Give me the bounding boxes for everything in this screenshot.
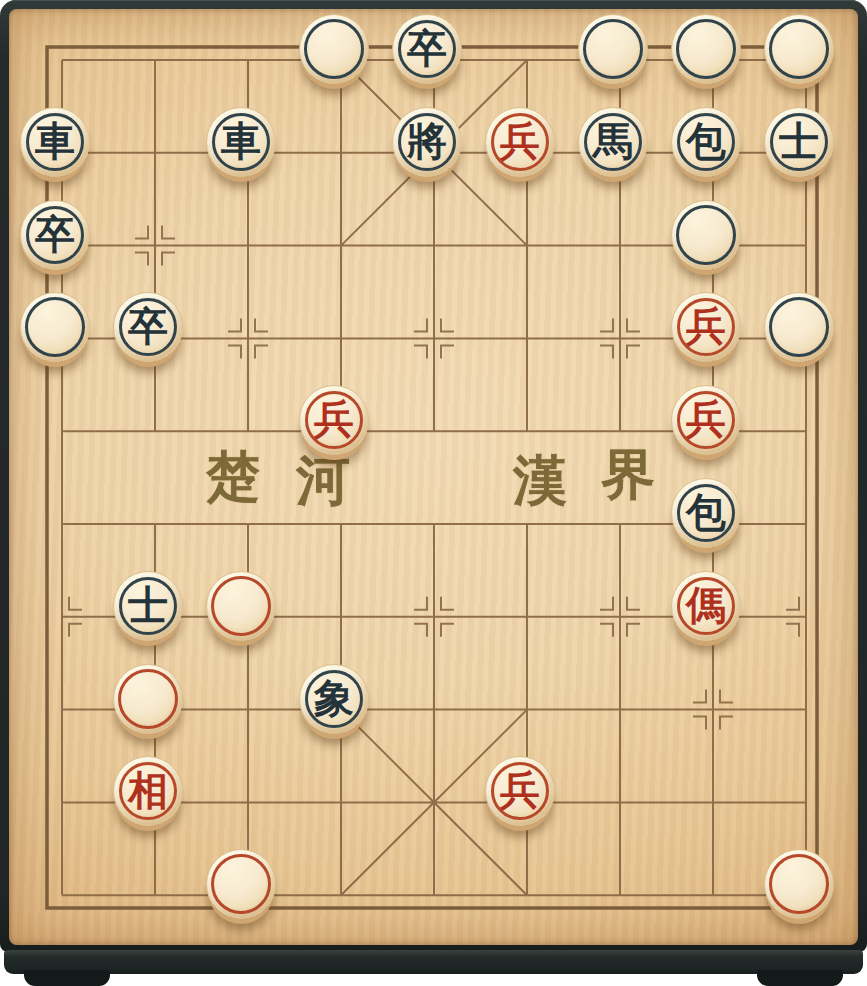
piece-ring (211, 576, 271, 636)
black-horse[interactable]: 馬 (578, 107, 648, 177)
piece-glyph: 相 (128, 770, 168, 810)
red-soldier[interactable]: 兵 (671, 385, 741, 455)
piece-glyph: 士 (779, 121, 819, 161)
black-chariot[interactable]: 車 (20, 107, 90, 177)
piece-ring (769, 297, 829, 357)
black-cannon[interactable]: 包 (671, 107, 741, 177)
piece-glyph: 兵 (686, 306, 726, 346)
piece-ring (211, 854, 271, 914)
piece-glyph: 將 (407, 121, 447, 161)
red-elephant[interactable]: 相 (113, 756, 183, 826)
piece-ring (304, 19, 364, 79)
piece-glyph: 象 (314, 678, 354, 718)
piece-glyph: 包 (686, 492, 726, 532)
hidden-piece-red[interactable] (764, 849, 834, 919)
piece-glyph: 馬 (593, 121, 633, 161)
red-soldier[interactable]: 兵 (671, 292, 741, 362)
piece-ring (769, 854, 829, 914)
piece-glyph: 兵 (686, 399, 726, 439)
hidden-piece-red[interactable] (113, 664, 183, 734)
red-soldier[interactable]: 兵 (485, 756, 555, 826)
piece-glyph: 士 (128, 585, 168, 625)
red-horse[interactable]: 傌 (671, 571, 741, 641)
pieces-layer: 卒車車將兵馬包士卒卒兵兵兵包士傌象相兵 (0, 0, 867, 952)
black-cannon[interactable]: 包 (671, 478, 741, 548)
board-foot-left (24, 970, 110, 986)
piece-glyph: 車 (221, 121, 261, 161)
red-soldier[interactable]: 兵 (485, 107, 555, 177)
hidden-piece-black[interactable] (671, 200, 741, 270)
board-foot-right (757, 970, 843, 986)
piece-glyph: 兵 (314, 399, 354, 439)
hidden-piece-black[interactable] (764, 292, 834, 362)
hidden-piece-red[interactable] (206, 571, 276, 641)
hidden-piece-black[interactable] (299, 14, 369, 84)
piece-ring (583, 19, 643, 79)
piece-ring (118, 669, 178, 729)
piece-glyph: 包 (686, 121, 726, 161)
piece-glyph: 傌 (686, 585, 726, 625)
black-chariot[interactable]: 車 (206, 107, 276, 177)
black-soldier[interactable]: 卒 (113, 292, 183, 362)
piece-glyph: 車 (35, 121, 75, 161)
piece-glyph: 兵 (500, 770, 540, 810)
board-base (4, 950, 863, 974)
piece-glyph: 卒 (407, 28, 447, 68)
black-advisor[interactable]: 士 (113, 571, 183, 641)
black-advisor[interactable]: 士 (764, 107, 834, 177)
piece-ring (676, 19, 736, 79)
hidden-piece-black[interactable] (671, 14, 741, 84)
piece-glyph: 卒 (128, 306, 168, 346)
xiangqi-app: 楚 河 漢 界 卒車車將兵馬包士卒卒兵兵兵包士傌象相兵 (0, 0, 867, 986)
hidden-piece-red[interactable] (206, 849, 276, 919)
black-elephant[interactable]: 象 (299, 664, 369, 734)
piece-glyph: 兵 (500, 121, 540, 161)
piece-ring (25, 297, 85, 357)
black-soldier[interactable]: 卒 (392, 14, 462, 84)
piece-ring (769, 19, 829, 79)
black-general[interactable]: 將 (392, 107, 462, 177)
black-soldier[interactable]: 卒 (20, 200, 90, 270)
hidden-piece-black[interactable] (20, 292, 90, 362)
hidden-piece-black[interactable] (764, 14, 834, 84)
piece-glyph: 卒 (35, 214, 75, 254)
red-soldier[interactable]: 兵 (299, 385, 369, 455)
hidden-piece-black[interactable] (578, 14, 648, 84)
piece-ring (676, 205, 736, 265)
